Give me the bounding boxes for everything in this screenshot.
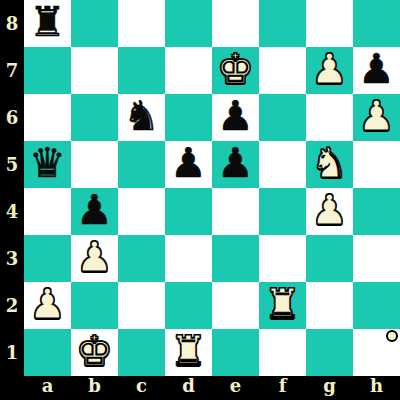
square-a7[interactable] [24,47,71,94]
black-pawn-d5[interactable]: ♟ [170,143,207,184]
square-a1[interactable] [24,329,71,376]
square-f3[interactable] [259,235,306,282]
square-a5[interactable]: ♛ [24,141,71,188]
rank-label-2: 2 [0,282,24,329]
square-e2[interactable] [212,282,259,329]
square-b3[interactable]: ♟ [71,235,118,282]
square-g8[interactable] [306,0,353,47]
white-knight-g5[interactable]: ♞ [311,143,348,184]
square-g4[interactable]: ♟ [306,188,353,235]
square-d4[interactable] [165,188,212,235]
square-f4[interactable] [259,188,306,235]
white-king-b1[interactable]: ♚ [76,331,113,372]
rank-label-5: 5 [0,141,24,188]
square-g6[interactable] [306,94,353,141]
square-a8[interactable]: ♜ [24,0,71,47]
square-g7[interactable]: ♟ [306,47,353,94]
file-labels: abcdefgh [24,376,400,400]
square-a2[interactable]: ♟ [24,282,71,329]
square-d3[interactable] [165,235,212,282]
square-c2[interactable] [118,282,165,329]
square-b7[interactable] [71,47,118,94]
square-f5[interactable] [259,141,306,188]
square-e7[interactable]: ♚ [212,47,259,94]
square-h6[interactable]: ♟ [353,94,400,141]
white-pawn-b3[interactable]: ♟ [76,237,113,278]
square-h8[interactable] [353,0,400,47]
square-a3[interactable] [24,235,71,282]
black-pawn-e6[interactable]: ♟ [217,96,254,137]
square-b8[interactable] [71,0,118,47]
black-rook-a8[interactable]: ♜ [29,2,66,43]
square-b2[interactable] [71,282,118,329]
chess-app: 87654321 ♜♚♟♟♞♟♟♛♟♟♞♟♟♟♟♜♚♜ abcdefgh [0,0,400,400]
square-c3[interactable] [118,235,165,282]
file-label-e: e [212,376,259,400]
square-f7[interactable] [259,47,306,94]
black-pawn-h7[interactable]: ♟ [358,49,395,90]
square-f6[interactable] [259,94,306,141]
white-rook-d1[interactable]: ♜ [170,331,207,372]
rank-label-8: 8 [0,0,24,47]
rank-labels: 87654321 [0,0,24,376]
square-e4[interactable] [212,188,259,235]
file-label-b: b [71,376,118,400]
square-d2[interactable] [165,282,212,329]
white-rook-f2[interactable]: ♜ [264,284,301,325]
square-b6[interactable] [71,94,118,141]
white-to-move-dot [386,330,398,342]
rank-label-3: 3 [0,235,24,282]
rank-label-6: 6 [0,94,24,141]
square-h5[interactable] [353,141,400,188]
file-label-h: h [353,376,400,400]
square-b5[interactable] [71,141,118,188]
square-c8[interactable] [118,0,165,47]
chess-board: ♜♚♟♟♞♟♟♛♟♟♞♟♟♟♟♜♚♜ [24,0,400,376]
square-c6[interactable]: ♞ [118,94,165,141]
black-pawn-e5[interactable]: ♟ [217,143,254,184]
rank-label-4: 4 [0,188,24,235]
square-a4[interactable] [24,188,71,235]
rank-label-1: 1 [0,329,24,376]
white-pawn-g4[interactable]: ♟ [311,190,348,231]
square-e3[interactable] [212,235,259,282]
square-g2[interactable] [306,282,353,329]
square-f1[interactable] [259,329,306,376]
black-queen-a5[interactable]: ♛ [29,143,66,184]
square-b1[interactable]: ♚ [71,329,118,376]
black-pawn-b4[interactable]: ♟ [76,190,113,231]
square-e8[interactable] [212,0,259,47]
square-e6[interactable]: ♟ [212,94,259,141]
square-a6[interactable] [24,94,71,141]
square-d5[interactable]: ♟ [165,141,212,188]
black-knight-c6[interactable]: ♞ [123,96,160,137]
square-h4[interactable] [353,188,400,235]
square-c5[interactable] [118,141,165,188]
white-pawn-g7[interactable]: ♟ [311,49,348,90]
square-h3[interactable] [353,235,400,282]
file-label-d: d [165,376,212,400]
square-h7[interactable]: ♟ [353,47,400,94]
file-label-g: g [306,376,353,400]
square-c1[interactable] [118,329,165,376]
square-g5[interactable]: ♞ [306,141,353,188]
square-c4[interactable] [118,188,165,235]
white-king-e7[interactable]: ♚ [217,49,254,90]
square-d1[interactable]: ♜ [165,329,212,376]
square-e1[interactable] [212,329,259,376]
square-e5[interactable]: ♟ [212,141,259,188]
square-d7[interactable] [165,47,212,94]
square-h2[interactable] [353,282,400,329]
square-c7[interactable] [118,47,165,94]
white-pawn-a2[interactable]: ♟ [29,284,66,325]
square-d6[interactable] [165,94,212,141]
file-label-c: c [118,376,165,400]
square-g1[interactable] [306,329,353,376]
square-f2[interactable]: ♜ [259,282,306,329]
white-pawn-h6[interactable]: ♟ [358,96,395,137]
square-d8[interactable] [165,0,212,47]
square-g3[interactable] [306,235,353,282]
file-label-a: a [24,376,71,400]
file-label-f: f [259,376,306,400]
rank-label-7: 7 [0,47,24,94]
square-b4[interactable]: ♟ [71,188,118,235]
square-f8[interactable] [259,0,306,47]
